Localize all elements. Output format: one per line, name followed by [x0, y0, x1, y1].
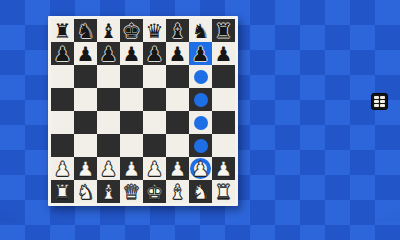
square-h3[interactable] — [212, 134, 235, 157]
piece-white-queen[interactable]: ♛ — [123, 182, 141, 202]
square-g5[interactable] — [189, 88, 212, 111]
square-f7[interactable]: ♟ — [166, 42, 189, 65]
square-c7[interactable]: ♟ — [97, 42, 120, 65]
piece-white-pawn[interactable]: ♟ — [169, 159, 187, 179]
move-dot-icon[interactable] — [194, 70, 208, 84]
piece-white-pawn[interactable]: ♟ — [123, 159, 141, 179]
square-f3[interactable] — [166, 134, 189, 157]
piece-white-bishop[interactable]: ♝ — [169, 182, 187, 202]
square-b1[interactable]: ♞ — [74, 180, 97, 203]
square-g8[interactable]: ♞ — [189, 19, 212, 42]
square-g7[interactable]: ♟ — [189, 42, 212, 65]
square-c1[interactable]: ♝ — [97, 180, 120, 203]
piece-white-rook[interactable]: ♜ — [215, 182, 233, 202]
square-f4[interactable] — [166, 111, 189, 134]
square-d4[interactable] — [120, 111, 143, 134]
square-c5[interactable] — [97, 88, 120, 111]
square-g1[interactable]: ♞ — [189, 180, 212, 203]
square-d8[interactable]: ♚ — [120, 19, 143, 42]
square-e1[interactable]: ♚ — [143, 180, 166, 203]
square-d1[interactable]: ♛ — [120, 180, 143, 203]
square-d5[interactable] — [120, 88, 143, 111]
square-f1[interactable]: ♝ — [166, 180, 189, 203]
square-f2[interactable]: ♟ — [166, 157, 189, 180]
square-h7[interactable]: ♟ — [212, 42, 235, 65]
square-g6[interactable] — [189, 65, 212, 88]
square-a3[interactable] — [51, 134, 74, 157]
square-g3[interactable] — [189, 134, 212, 157]
square-b6[interactable] — [74, 65, 97, 88]
piece-black-knight[interactable]: ♞ — [192, 21, 210, 41]
piece-black-knight[interactable]: ♞ — [77, 21, 95, 41]
square-f6[interactable] — [166, 65, 189, 88]
square-e6[interactable] — [143, 65, 166, 88]
piece-white-knight[interactable]: ♞ — [192, 182, 210, 202]
square-b5[interactable] — [74, 88, 97, 111]
square-d3[interactable] — [120, 134, 143, 157]
square-h5[interactable] — [212, 88, 235, 111]
square-h2[interactable]: ♟ — [212, 157, 235, 180]
piece-black-pawn[interactable]: ♟ — [100, 44, 118, 64]
board-grid: ♜♞♝♚♛♝♞♜♟♟♟♟♟♟♟♟♟♟♟♟♟♟♟♟♜♞♝♛♚♝♞♜ — [51, 19, 235, 203]
square-h4[interactable] — [212, 111, 235, 134]
square-e3[interactable] — [143, 134, 166, 157]
square-e7[interactable]: ♟ — [143, 42, 166, 65]
dice-dot — [374, 100, 379, 103]
square-a1[interactable]: ♜ — [51, 180, 74, 203]
dice-dot — [380, 100, 385, 103]
square-c8[interactable]: ♝ — [97, 19, 120, 42]
piece-black-pawn[interactable]: ♟ — [77, 44, 95, 64]
piece-white-pawn[interactable]: ♟ — [192, 159, 210, 179]
piece-black-queen[interactable]: ♛ — [146, 21, 164, 41]
piece-white-king[interactable]: ♚ — [146, 182, 164, 202]
square-a5[interactable] — [51, 88, 74, 111]
square-c2[interactable]: ♟ — [97, 157, 120, 180]
piece-black-pawn[interactable]: ♟ — [54, 44, 72, 64]
chess-board: ♜♞♝♚♛♝♞♜♟♟♟♟♟♟♟♟♟♟♟♟♟♟♟♟♜♞♝♛♚♝♞♜ — [48, 16, 238, 206]
piece-white-pawn[interactable]: ♟ — [146, 159, 164, 179]
square-c3[interactable] — [97, 134, 120, 157]
square-b2[interactable]: ♟ — [74, 157, 97, 180]
piece-black-pawn[interactable]: ♟ — [169, 44, 187, 64]
piece-black-rook[interactable]: ♜ — [54, 21, 72, 41]
move-dot-icon[interactable] — [194, 93, 208, 107]
square-e5[interactable] — [143, 88, 166, 111]
square-h8[interactable]: ♜ — [212, 19, 235, 42]
square-f8[interactable]: ♝ — [166, 19, 189, 42]
square-g4[interactable] — [189, 111, 212, 134]
square-e4[interactable] — [143, 111, 166, 134]
move-dot-icon[interactable] — [194, 139, 208, 153]
square-b7[interactable]: ♟ — [74, 42, 97, 65]
square-b3[interactable] — [74, 134, 97, 157]
square-e2[interactable]: ♟ — [143, 157, 166, 180]
square-b4[interactable] — [74, 111, 97, 134]
square-a4[interactable] — [51, 111, 74, 134]
square-d6[interactable] — [120, 65, 143, 88]
move-dot-icon[interactable] — [194, 116, 208, 130]
piece-black-rook[interactable]: ♜ — [215, 21, 233, 41]
square-h1[interactable]: ♜ — [212, 180, 235, 203]
piece-white-bishop[interactable]: ♝ — [100, 182, 118, 202]
piece-white-knight[interactable]: ♞ — [77, 182, 95, 202]
square-a7[interactable]: ♟ — [51, 42, 74, 65]
square-a2[interactable]: ♟ — [51, 157, 74, 180]
piece-black-pawn[interactable]: ♟ — [192, 44, 210, 64]
square-b8[interactable]: ♞ — [74, 19, 97, 42]
dice-dot — [380, 104, 385, 107]
piece-black-pawn[interactable]: ♟ — [215, 44, 233, 64]
piece-black-pawn[interactable]: ♟ — [123, 44, 141, 64]
square-d7[interactable]: ♟ — [120, 42, 143, 65]
square-c4[interactable] — [97, 111, 120, 134]
square-e8[interactable]: ♛ — [143, 19, 166, 42]
piece-white-rook[interactable]: ♜ — [54, 182, 72, 202]
app-background: { "game": "chess", "position": { "fen": … — [0, 0, 400, 222]
piece-black-pawn[interactable]: ♟ — [146, 44, 164, 64]
piece-black-bishop[interactable]: ♝ — [169, 21, 187, 41]
dice-dot — [374, 104, 379, 107]
dice-menu-button[interactable] — [371, 93, 388, 110]
square-g2[interactable]: ♟ — [189, 157, 212, 180]
dice-dot — [380, 96, 385, 99]
piece-white-pawn[interactable]: ♟ — [215, 159, 233, 179]
piece-black-bishop[interactable]: ♝ — [100, 21, 118, 41]
dice-dot — [374, 96, 379, 99]
piece-white-pawn[interactable]: ♟ — [100, 159, 118, 179]
piece-black-king[interactable]: ♚ — [123, 21, 141, 41]
square-h6[interactable] — [212, 65, 235, 88]
square-f5[interactable] — [166, 88, 189, 111]
square-c6[interactable] — [97, 65, 120, 88]
piece-white-pawn[interactable]: ♟ — [77, 159, 95, 179]
square-a6[interactable] — [51, 65, 74, 88]
square-d2[interactable]: ♟ — [120, 157, 143, 180]
square-a8[interactable]: ♜ — [51, 19, 74, 42]
piece-white-pawn[interactable]: ♟ — [54, 159, 72, 179]
